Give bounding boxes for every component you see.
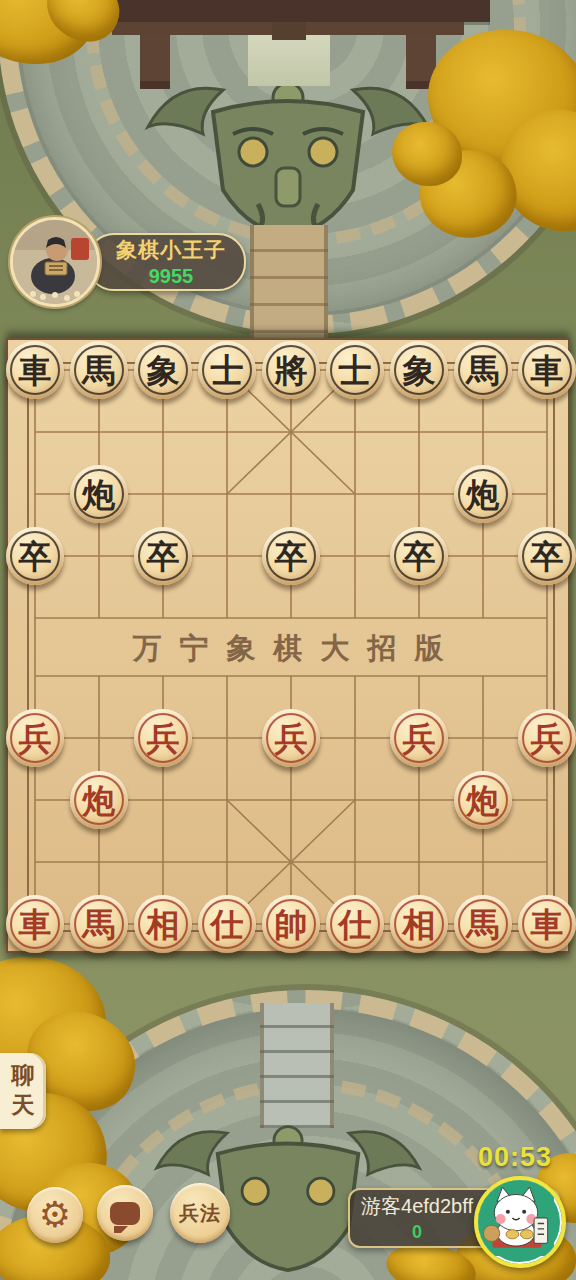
piece-red[interactable]: 相: [390, 895, 448, 953]
stone-path-bottom: [260, 1003, 334, 1128]
river-title: 万宁象棋大招版: [8, 629, 568, 669]
piece-red[interactable]: 帥: [262, 895, 320, 953]
gate-post-left: [140, 35, 170, 89]
bottom-player-score: 0: [412, 1222, 422, 1243]
piece-black[interactable]: 象: [390, 341, 448, 399]
stone-path-top: [250, 225, 328, 338]
player-photo-icon: [13, 220, 97, 304]
xiangqi-board[interactable]: 万宁象棋大招版 車馬象士將士象馬車炮炮卒卒卒卒卒兵兵兵兵兵炮炮車馬相仕帥仕相馬車: [6, 338, 570, 953]
piece-black[interactable]: 士: [198, 341, 256, 399]
piece-red[interactable]: 炮: [70, 771, 128, 829]
lucky-cat-icon: [478, 1180, 554, 1256]
chat-button[interactable]: [97, 1185, 153, 1241]
piece-black[interactable]: 象: [134, 341, 192, 399]
piece-red[interactable]: 兵: [262, 709, 320, 767]
piece-black[interactable]: 馬: [70, 341, 128, 399]
piece-black[interactable]: 卒: [6, 527, 64, 585]
piece-black[interactable]: 士: [326, 341, 384, 399]
piece-red[interactable]: 仕: [326, 895, 384, 953]
speech-bubble-icon: [110, 1202, 140, 1225]
top-player-badge[interactable]: 象棋小王子 9955: [86, 233, 246, 291]
strategy-button[interactable]: 兵法: [170, 1183, 230, 1243]
piece-black[interactable]: 卒: [390, 527, 448, 585]
top-player-name: 象棋小王子: [116, 236, 226, 264]
piece-black[interactable]: 車: [518, 341, 576, 399]
piece-red[interactable]: 仕: [198, 895, 256, 953]
piece-black[interactable]: 馬: [454, 341, 512, 399]
gold-tree: [392, 122, 462, 186]
piece-red[interactable]: 兵: [134, 709, 192, 767]
gear-icon: ⚙: [39, 1197, 71, 1233]
bottom-player-avatar[interactable]: [474, 1176, 566, 1268]
piece-red[interactable]: 兵: [518, 709, 576, 767]
piece-red[interactable]: 馬: [70, 895, 128, 953]
piece-black[interactable]: 炮: [70, 465, 128, 523]
piece-red[interactable]: 馬: [454, 895, 512, 953]
settings-button[interactable]: ⚙: [27, 1187, 83, 1243]
top-player-score: 9955: [149, 265, 194, 288]
piece-red[interactable]: 兵: [6, 709, 64, 767]
chat-tab-char1: 聊: [12, 1061, 35, 1091]
bottom-player-name: 游客4efd2bff: [361, 1193, 473, 1220]
piece-red[interactable]: 兵: [390, 709, 448, 767]
chat-tab-button[interactable]: 聊 天: [0, 1053, 46, 1129]
game-screen: 象棋小王子 9955 万宁象棋大招版 車馬象士將士: [0, 0, 576, 1280]
top-player-avatar[interactable]: [10, 217, 100, 307]
piece-red[interactable]: 相: [134, 895, 192, 953]
move-timer: 00:53: [478, 1142, 552, 1173]
gate-beam: [86, 0, 490, 22]
piece-red[interactable]: 車: [6, 895, 64, 953]
piece-red[interactable]: 炮: [454, 771, 512, 829]
piece-black[interactable]: 車: [6, 341, 64, 399]
piece-black[interactable]: 炮: [454, 465, 512, 523]
piece-black[interactable]: 將: [262, 341, 320, 399]
piece-black[interactable]: 卒: [262, 527, 320, 585]
chat-tab-char2: 天: [12, 1091, 35, 1121]
piece-red[interactable]: 車: [518, 895, 576, 953]
gate-bracket: [272, 22, 306, 40]
piece-black[interactable]: 卒: [518, 527, 576, 585]
piece-black[interactable]: 卒: [134, 527, 192, 585]
strategy-label: 兵法: [179, 1200, 221, 1227]
